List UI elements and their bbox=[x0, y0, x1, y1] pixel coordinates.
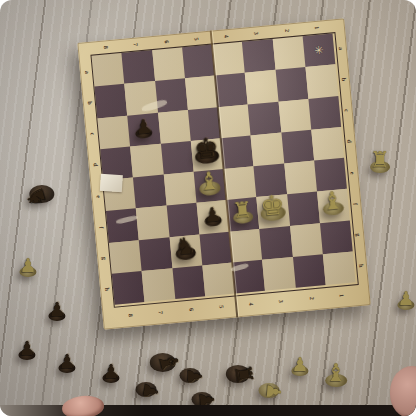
chess-piece-light-king[interactable]: ♚ bbox=[253, 182, 292, 222]
coordinate-label: 3 bbox=[253, 32, 259, 36]
square-h6[interactable] bbox=[172, 265, 205, 299]
coordinate-label: g bbox=[355, 233, 361, 237]
chess-piece-dark-pawn[interactable]: ♟ bbox=[93, 354, 129, 383]
square-a8[interactable] bbox=[92, 53, 125, 87]
coordinate-label: 7 bbox=[133, 43, 139, 47]
square-h2[interactable] bbox=[292, 254, 325, 288]
coordinate-label: 8 bbox=[103, 46, 109, 50]
coordinate-label: d bbox=[346, 140, 352, 144]
square-h1[interactable] bbox=[323, 251, 356, 285]
square-g2[interactable] bbox=[290, 223, 323, 257]
piece-glyph: ♟ bbox=[125, 116, 163, 138]
square-b2[interactable] bbox=[275, 67, 308, 101]
piece-glyph: ♞ bbox=[21, 176, 53, 217]
square-c2[interactable] bbox=[278, 98, 311, 132]
coordinate-label: 4 bbox=[248, 302, 254, 306]
piece-glyph: ♟ bbox=[39, 300, 75, 319]
coordinate-label: a bbox=[83, 70, 89, 74]
square-d2[interactable] bbox=[281, 130, 314, 164]
piece-glyph: ♟ bbox=[93, 362, 129, 381]
coordinate-label: 1 bbox=[338, 294, 344, 298]
square-e7[interactable] bbox=[133, 175, 166, 209]
square-d3[interactable] bbox=[251, 132, 284, 166]
chess-piece-dark-pawn[interactable]: ♟ bbox=[39, 292, 75, 321]
coordinate-label: b bbox=[340, 78, 346, 82]
coordinate-label: 5 bbox=[193, 37, 199, 41]
chess-piece-dark-pawn[interactable]: ♟ bbox=[9, 331, 45, 360]
coordinate-label: e bbox=[95, 195, 101, 198]
piece-glyph: ♟ bbox=[9, 339, 45, 358]
square-b8[interactable] bbox=[94, 84, 127, 118]
chess-board: ✳8877665544332211aabbccddeeffgghh♟♞♚♝♟♜♚… bbox=[77, 18, 370, 330]
coordinate-label: d bbox=[92, 163, 98, 167]
square-h8[interactable] bbox=[112, 271, 145, 305]
square-h3[interactable] bbox=[262, 257, 295, 291]
piece-glyph: ♜ bbox=[362, 149, 398, 171]
square-c1[interactable] bbox=[308, 96, 341, 130]
square-g1[interactable] bbox=[320, 220, 353, 254]
coordinate-label: h bbox=[104, 288, 110, 292]
chess-piece-light-rook[interactable]: ♜ bbox=[362, 141, 398, 173]
piece-glyph: ♟ bbox=[282, 355, 318, 374]
maker-logo-icon: ✳ bbox=[314, 44, 324, 56]
square-a2[interactable] bbox=[272, 36, 305, 70]
square-b5[interactable] bbox=[185, 76, 218, 110]
coordinate-label: c bbox=[343, 109, 349, 112]
coordinate-label: 2 bbox=[284, 29, 290, 33]
chess-piece-light-bishop[interactable]: ♝ bbox=[190, 159, 229, 196]
coordinate-label: e bbox=[349, 171, 355, 174]
coordinate-label: f bbox=[98, 226, 104, 229]
piece-glyph: ♝ bbox=[314, 187, 352, 214]
coordinate-label: h bbox=[357, 264, 363, 268]
square-c6[interactable] bbox=[158, 110, 191, 144]
coordinate-label: b bbox=[86, 101, 92, 105]
chess-piece-light-bishop[interactable]: ♝ bbox=[318, 353, 354, 387]
chess-piece-light-bishop[interactable]: ♝ bbox=[313, 179, 352, 216]
piece-glyph: ♟ bbox=[10, 256, 46, 275]
square-g8[interactable] bbox=[109, 240, 142, 274]
paper-scrap bbox=[100, 174, 123, 192]
square-a3[interactable] bbox=[242, 39, 275, 73]
coordinate-label: 3 bbox=[278, 299, 284, 303]
coordinate-label: a bbox=[337, 47, 343, 51]
square-a5[interactable] bbox=[182, 45, 215, 79]
toe bbox=[61, 394, 105, 416]
coordinate-label: 4 bbox=[223, 34, 229, 38]
coordinate-label: c bbox=[89, 133, 95, 136]
square-d7[interactable] bbox=[130, 143, 163, 177]
coordinate-label: 7 bbox=[158, 311, 164, 315]
piece-glyph: ♚ bbox=[253, 190, 291, 220]
coordinate-label: g bbox=[101, 257, 107, 261]
coordinate-label: 6 bbox=[188, 308, 194, 312]
square-g5[interactable] bbox=[199, 231, 232, 265]
square-c3[interactable] bbox=[248, 101, 281, 135]
square-a6[interactable] bbox=[152, 47, 185, 81]
square-a7[interactable] bbox=[122, 50, 155, 84]
coordinate-label: 1 bbox=[314, 26, 320, 30]
square-g4[interactable] bbox=[229, 228, 262, 262]
chess-piece-dark-pawn[interactable]: ♟ bbox=[124, 108, 163, 140]
piece-glyph: ♞ bbox=[166, 233, 204, 259]
piece-glyph: ♝ bbox=[190, 167, 228, 194]
chess-piece-dark-pawn[interactable]: ♟ bbox=[184, 378, 220, 407]
foot bbox=[390, 366, 416, 416]
piece-glyph: ♟ bbox=[49, 352, 85, 371]
coordinate-label: 2 bbox=[308, 297, 314, 301]
square-b1[interactable] bbox=[305, 64, 338, 98]
chess-piece-light-pawn[interactable]: ♟ bbox=[388, 281, 416, 310]
piece-glyph: ♟ bbox=[388, 289, 416, 308]
chess-piece-light-pawn[interactable]: ♟ bbox=[282, 347, 318, 376]
chess-piece-dark-knight[interactable]: ♞ bbox=[165, 225, 204, 261]
square-g3[interactable] bbox=[259, 226, 292, 260]
chess-piece-light-pawn[interactable]: ♟ bbox=[10, 248, 46, 277]
square-a4[interactable] bbox=[212, 42, 245, 76]
coordinate-label: 8 bbox=[128, 313, 134, 317]
square-f8[interactable] bbox=[106, 209, 139, 243]
square-d1[interactable] bbox=[311, 127, 344, 161]
chess-piece-dark-pawn[interactable]: ♟ bbox=[49, 344, 85, 373]
square-h7[interactable] bbox=[142, 268, 175, 302]
chess-piece-dark-knight[interactable]: ♞ bbox=[24, 170, 60, 203]
square-b4[interactable] bbox=[215, 73, 248, 107]
square-f7[interactable] bbox=[136, 206, 169, 240]
photo-scene: ✳8877665544332211aabbccddeeffgghh♟♞♚♝♟♜♚… bbox=[0, 0, 416, 416]
piece-glyph: ♝ bbox=[318, 361, 354, 385]
coordinate-label: f bbox=[352, 203, 358, 206]
square-b3[interactable] bbox=[245, 70, 278, 104]
coordinate-label: 6 bbox=[163, 40, 169, 44]
coordinate-label: 5 bbox=[218, 305, 224, 309]
